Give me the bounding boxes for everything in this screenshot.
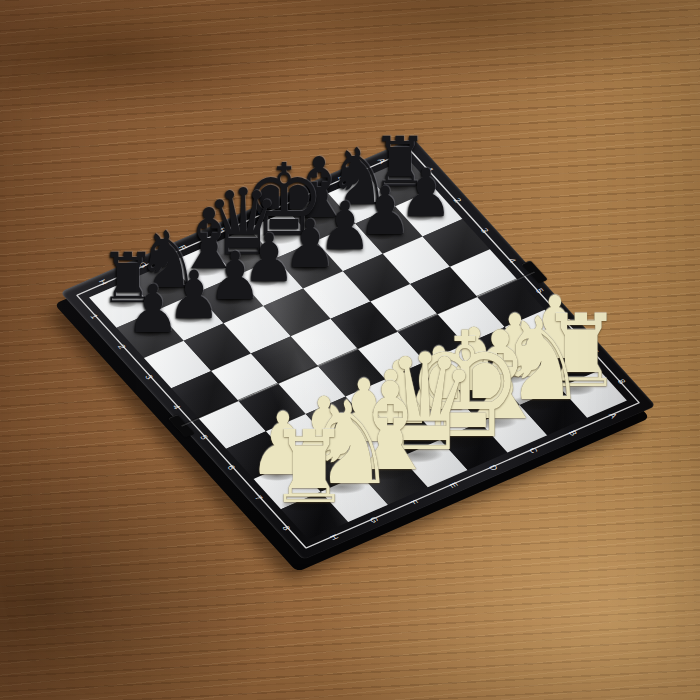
product-photo: HHGGFFEEDDCCBBAA1122334455667788 ♜♞♝♛♚♝♞… <box>0 0 700 700</box>
